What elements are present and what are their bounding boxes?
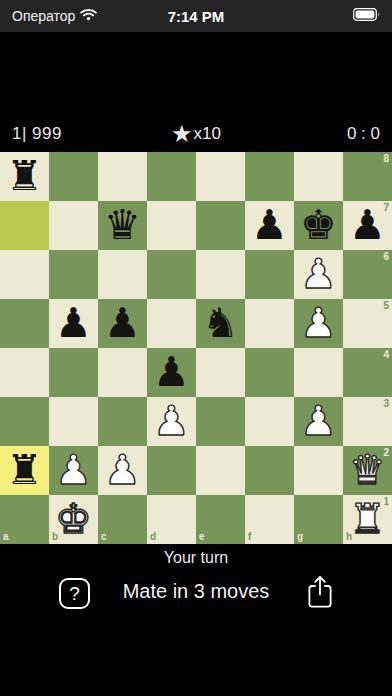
- black-pawn[interactable]: ♟: [147, 348, 196, 397]
- share-icon: [305, 598, 335, 613]
- square-d4[interactable]: ♟: [147, 348, 196, 397]
- square-h5[interactable]: 5: [343, 299, 392, 348]
- black-pawn[interactable]: ♟: [98, 299, 147, 348]
- file-label-e: e: [199, 532, 205, 542]
- square-e1[interactable]: e: [196, 495, 245, 544]
- square-h7[interactable]: ♟7: [343, 201, 392, 250]
- square-e2[interactable]: [196, 446, 245, 495]
- square-a6[interactable]: [0, 250, 49, 299]
- square-g6[interactable]: ♟: [294, 250, 343, 299]
- square-d5[interactable]: [147, 299, 196, 348]
- square-c7[interactable]: ♛: [98, 201, 147, 250]
- score-value: 0 : 0: [347, 124, 380, 144]
- square-h3[interactable]: 3: [343, 397, 392, 446]
- square-h4[interactable]: 4: [343, 348, 392, 397]
- square-g3[interactable]: ♟: [294, 397, 343, 446]
- square-d3[interactable]: ♟: [147, 397, 196, 446]
- square-d7[interactable]: [147, 201, 196, 250]
- square-d8[interactable]: [147, 152, 196, 201]
- square-c3[interactable]: [98, 397, 147, 446]
- black-rook[interactable]: ♜: [0, 152, 49, 201]
- rank-label-8: 8: [383, 154, 389, 164]
- square-d6[interactable]: [147, 250, 196, 299]
- file-label-f: f: [248, 532, 251, 542]
- square-b6[interactable]: [49, 250, 98, 299]
- star-icon: ★: [171, 122, 193, 146]
- square-e7[interactable]: [196, 201, 245, 250]
- square-b1[interactable]: ♚b: [49, 495, 98, 544]
- black-queen[interactable]: ♛: [98, 201, 147, 250]
- black-pawn[interactable]: ♟: [49, 299, 98, 348]
- square-b7[interactable]: [49, 201, 98, 250]
- square-a5[interactable]: [0, 299, 49, 348]
- share-button[interactable]: [305, 574, 335, 610]
- square-b5[interactable]: ♟: [49, 299, 98, 348]
- black-knight[interactable]: ♞: [196, 299, 245, 348]
- white-pawn[interactable]: ♟: [147, 397, 196, 446]
- black-king[interactable]: ♚: [294, 201, 343, 250]
- file-label-d: d: [150, 532, 156, 542]
- square-g7[interactable]: ♚: [294, 201, 343, 250]
- square-f6[interactable]: [245, 250, 294, 299]
- square-g4[interactable]: [294, 348, 343, 397]
- square-a2[interactable]: ♜: [0, 446, 49, 495]
- square-a1[interactable]: a: [0, 495, 49, 544]
- square-h2[interactable]: ♛2: [343, 446, 392, 495]
- square-a7[interactable]: [0, 201, 49, 250]
- square-e8[interactable]: [196, 152, 245, 201]
- white-pawn[interactable]: ♟: [98, 446, 147, 495]
- battery-full-icon: [353, 7, 380, 25]
- square-g5[interactable]: ♟: [294, 299, 343, 348]
- white-pawn[interactable]: ♟: [294, 299, 343, 348]
- square-e6[interactable]: [196, 250, 245, 299]
- square-f3[interactable]: [245, 397, 294, 446]
- turn-status: Your turn: [0, 549, 392, 567]
- wifi-icon: [80, 7, 97, 25]
- rank-label-7: 7: [383, 203, 389, 213]
- square-f2[interactable]: [245, 446, 294, 495]
- rank-label-4: 4: [383, 350, 389, 360]
- white-pawn[interactable]: ♟: [294, 250, 343, 299]
- square-b2[interactable]: ♟: [49, 446, 98, 495]
- rank-label-1: 1: [383, 497, 389, 507]
- square-g8[interactable]: [294, 152, 343, 201]
- square-b3[interactable]: [49, 397, 98, 446]
- square-f7[interactable]: ♟: [245, 201, 294, 250]
- square-g1[interactable]: g: [294, 495, 343, 544]
- square-c5[interactable]: ♟: [98, 299, 147, 348]
- rank-label-2: 2: [383, 448, 389, 458]
- square-d2[interactable]: [147, 446, 196, 495]
- square-h1[interactable]: ♜1h: [343, 495, 392, 544]
- help-button[interactable]: ?: [59, 578, 90, 609]
- rank-label-6: 6: [383, 252, 389, 262]
- file-label-h: h: [346, 532, 352, 542]
- white-pawn[interactable]: ♟: [49, 446, 98, 495]
- help-button-label: ?: [69, 583, 80, 605]
- square-c6[interactable]: [98, 250, 147, 299]
- square-a4[interactable]: [0, 348, 49, 397]
- square-b4[interactable]: [49, 348, 98, 397]
- rank-label-5: 5: [383, 301, 389, 311]
- score-bar: 1| 999 ★ x10 0 : 0: [0, 116, 392, 152]
- white-pawn[interactable]: ♟: [294, 397, 343, 446]
- rank-label-3: 3: [383, 399, 389, 409]
- square-f5[interactable]: [245, 299, 294, 348]
- file-label-b: b: [52, 532, 58, 542]
- square-b8[interactable]: [49, 152, 98, 201]
- square-c2[interactable]: ♟: [98, 446, 147, 495]
- puzzle-counter: 1| 999: [12, 124, 62, 144]
- square-c8[interactable]: [98, 152, 147, 201]
- star-multiplier: x10: [194, 124, 221, 144]
- square-c4[interactable]: [98, 348, 147, 397]
- black-rook[interactable]: ♜: [0, 446, 49, 495]
- square-a8[interactable]: ♜: [0, 152, 49, 201]
- file-label-a: a: [3, 532, 9, 542]
- clock-time: 7:14 PM: [168, 8, 225, 25]
- square-c1[interactable]: c: [98, 495, 147, 544]
- status-bar: Оператор 7:14 PM: [0, 0, 392, 32]
- black-pawn[interactable]: ♟: [245, 201, 294, 250]
- square-e4[interactable]: [196, 348, 245, 397]
- carrier-label: Оператор: [12, 8, 75, 24]
- file-label-c: c: [101, 532, 107, 542]
- square-f4[interactable]: [245, 348, 294, 397]
- square-e5[interactable]: ♞: [196, 299, 245, 348]
- square-g2[interactable]: [294, 446, 343, 495]
- square-h6[interactable]: 6: [343, 250, 392, 299]
- square-e3[interactable]: [196, 397, 245, 446]
- square-a3[interactable]: [0, 397, 49, 446]
- square-d1[interactable]: d: [147, 495, 196, 544]
- square-h8[interactable]: 8: [343, 152, 392, 201]
- file-label-g: g: [297, 532, 303, 542]
- chess-board: ♜8♛♟♚♟7♟6♟♟♞♟5♟4♟♟3♜♟♟♛2a♚bcdefg♜1h: [0, 152, 392, 544]
- square-f8[interactable]: [245, 152, 294, 201]
- square-f1[interactable]: f: [245, 495, 294, 544]
